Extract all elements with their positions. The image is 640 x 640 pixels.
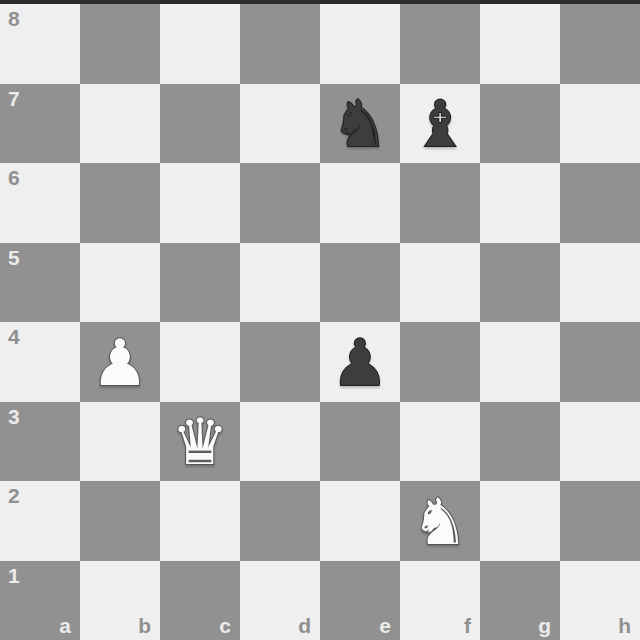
file-label-e: e (379, 615, 391, 636)
square-g3[interactable] (480, 402, 560, 482)
square-a4[interactable]: 4 (0, 322, 80, 402)
square-b6[interactable] (80, 163, 160, 243)
square-d5[interactable] (240, 243, 320, 323)
rank-label-8: 8 (8, 8, 20, 29)
file-label-c: c (219, 615, 231, 636)
square-a3[interactable]: 3 (0, 402, 80, 482)
square-a8[interactable]: 8 (0, 4, 80, 84)
square-e2[interactable] (320, 481, 400, 561)
square-g2[interactable] (480, 481, 560, 561)
square-b7[interactable] (80, 84, 160, 164)
square-h1[interactable]: h (560, 561, 640, 640)
square-f3[interactable] (400, 402, 480, 482)
square-c2[interactable] (160, 481, 240, 561)
square-d2[interactable] (240, 481, 320, 561)
square-h6[interactable] (560, 163, 640, 243)
square-d4[interactable] (240, 322, 320, 402)
square-b8[interactable] (80, 4, 160, 84)
black-pawn[interactable]: ♟ (331, 331, 388, 395)
square-b5[interactable] (80, 243, 160, 323)
chess-board: 87♞♝654♟♟3♛2♞1abcdefgh (0, 4, 640, 640)
square-b3[interactable] (80, 402, 160, 482)
chess-app-screen: 87♞♝654♟♟3♛2♞1abcdefgh (0, 0, 640, 640)
white-queen[interactable]: ♛ (171, 410, 228, 474)
square-h5[interactable] (560, 243, 640, 323)
square-e6[interactable] (320, 163, 400, 243)
file-label-g: g (538, 615, 551, 636)
square-f6[interactable] (400, 163, 480, 243)
square-g8[interactable] (480, 4, 560, 84)
square-c4[interactable] (160, 322, 240, 402)
square-c5[interactable] (160, 243, 240, 323)
square-f7[interactable]: ♝ (400, 84, 480, 164)
square-g6[interactable] (480, 163, 560, 243)
window-top-bar (0, 0, 640, 4)
square-h4[interactable] (560, 322, 640, 402)
square-d8[interactable] (240, 4, 320, 84)
square-a7[interactable]: 7 (0, 84, 80, 164)
square-d7[interactable] (240, 84, 320, 164)
square-a5[interactable]: 5 (0, 243, 80, 323)
square-c8[interactable] (160, 4, 240, 84)
square-f8[interactable] (400, 4, 480, 84)
square-f2[interactable]: ♞ (400, 481, 480, 561)
file-label-f: f (464, 615, 471, 636)
square-g7[interactable] (480, 84, 560, 164)
square-b2[interactable] (80, 481, 160, 561)
square-f4[interactable] (400, 322, 480, 402)
white-pawn[interactable]: ♟ (91, 331, 148, 395)
square-d1[interactable]: d (240, 561, 320, 640)
file-label-h: h (618, 615, 631, 636)
file-label-d: d (298, 615, 311, 636)
square-c1[interactable]: c (160, 561, 240, 640)
square-g4[interactable] (480, 322, 560, 402)
rank-label-4: 4 (8, 326, 20, 347)
square-g1[interactable]: g (480, 561, 560, 640)
square-c6[interactable] (160, 163, 240, 243)
square-a2[interactable]: 2 (0, 481, 80, 561)
file-label-b: b (138, 615, 151, 636)
square-c7[interactable] (160, 84, 240, 164)
square-b4[interactable]: ♟ (80, 322, 160, 402)
square-h2[interactable] (560, 481, 640, 561)
rank-label-3: 3 (8, 406, 20, 427)
square-b1[interactable]: b (80, 561, 160, 640)
square-e3[interactable] (320, 402, 400, 482)
square-f5[interactable] (400, 243, 480, 323)
square-e1[interactable]: e (320, 561, 400, 640)
square-e4[interactable]: ♟ (320, 322, 400, 402)
rank-label-7: 7 (8, 88, 20, 109)
rank-label-1: 1 (8, 565, 20, 586)
file-label-a: a (59, 615, 71, 636)
black-knight[interactable]: ♞ (331, 92, 388, 156)
rank-label-5: 5 (8, 247, 20, 268)
square-a1[interactable]: 1a (0, 561, 80, 640)
square-d3[interactable] (240, 402, 320, 482)
square-f1[interactable]: f (400, 561, 480, 640)
square-h8[interactable] (560, 4, 640, 84)
rank-label-6: 6 (8, 167, 20, 188)
square-e5[interactable] (320, 243, 400, 323)
square-h3[interactable] (560, 402, 640, 482)
black-bishop[interactable]: ♝ (411, 92, 468, 156)
square-h7[interactable] (560, 84, 640, 164)
square-g5[interactable] (480, 243, 560, 323)
square-c3[interactable]: ♛ (160, 402, 240, 482)
rank-label-2: 2 (8, 485, 20, 506)
square-e8[interactable] (320, 4, 400, 84)
square-a6[interactable]: 6 (0, 163, 80, 243)
square-e7[interactable]: ♞ (320, 84, 400, 164)
square-d6[interactable] (240, 163, 320, 243)
white-knight[interactable]: ♞ (411, 490, 468, 554)
